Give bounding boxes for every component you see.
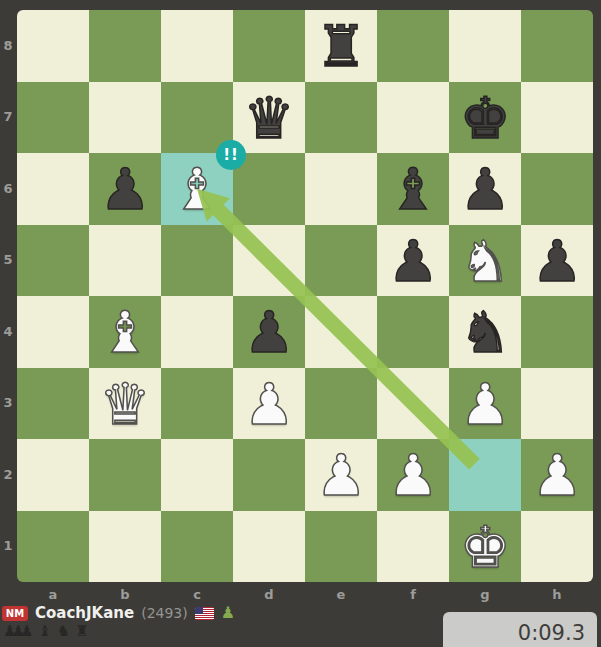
file-label-f: f (377, 587, 449, 602)
file-label-g: g (449, 587, 521, 602)
square-h6[interactable] (521, 153, 593, 225)
square-f8[interactable] (377, 10, 449, 82)
player-clock: 0:09.3 (443, 612, 597, 647)
square-e2[interactable]: ♟ (305, 439, 377, 511)
file-label-h: h (521, 587, 593, 602)
captured-pawns: ♟♟♟ (3, 622, 38, 640)
rank-label-5: 5 (0, 252, 16, 267)
square-c2[interactable] (161, 439, 233, 511)
file-label-e: e (305, 587, 377, 602)
square-a2[interactable] (17, 439, 89, 511)
square-g6[interactable]: ♟ (449, 153, 521, 225)
square-e4[interactable] (305, 296, 377, 368)
square-f5[interactable]: ♟ (377, 225, 449, 297)
green-pawn-icon: ♟ (221, 605, 235, 621)
square-b5[interactable] (89, 225, 161, 297)
white-knight-g5[interactable]: ♞ (459, 233, 510, 290)
black-pawn-h5[interactable]: ♟ (531, 233, 582, 290)
rank-label-4: 4 (0, 324, 16, 339)
square-h2[interactable]: ♟ (521, 439, 593, 511)
square-c5[interactable] (161, 225, 233, 297)
square-d5[interactable] (233, 225, 305, 297)
square-e7[interactable] (305, 82, 377, 154)
title-badge: NM (2, 606, 28, 621)
square-e1[interactable] (305, 511, 377, 583)
square-g2[interactable] (449, 439, 521, 511)
black-pawn-b6[interactable]: ♟ (99, 161, 150, 218)
square-b8[interactable] (89, 10, 161, 82)
square-a4[interactable] (17, 296, 89, 368)
square-g8[interactable] (449, 10, 521, 82)
black-rook-e8[interactable]: ♜ (315, 18, 366, 75)
rank-label-8: 8 (0, 38, 16, 53)
rank-label-6: 6 (0, 181, 16, 196)
black-king-g7[interactable]: ♚ (459, 90, 510, 147)
file-label-a: a (17, 587, 89, 602)
black-pawn-g6[interactable]: ♟ (459, 161, 510, 218)
square-d7[interactable]: ♛ (233, 82, 305, 154)
us-flag-icon (195, 607, 214, 620)
white-king-g1[interactable]: ♚ (459, 519, 510, 576)
square-c8[interactable] (161, 10, 233, 82)
white-pawn-d3[interactable]: ♟ (243, 376, 294, 433)
square-f3[interactable] (377, 368, 449, 440)
rank-label-2: 2 (0, 467, 16, 482)
square-g3[interactable]: ♟ (449, 368, 521, 440)
white-queen-b3[interactable]: ♛ (99, 376, 150, 433)
square-a7[interactable] (17, 82, 89, 154)
square-f1[interactable] (377, 511, 449, 583)
square-e5[interactable] (305, 225, 377, 297)
square-b4[interactable]: ♝ (89, 296, 161, 368)
square-a6[interactable] (17, 153, 89, 225)
file-label-c: c (161, 587, 233, 602)
square-b3[interactable]: ♛ (89, 368, 161, 440)
square-d4[interactable]: ♟ (233, 296, 305, 368)
black-knight-g4[interactable]: ♞ (459, 304, 510, 361)
player-name[interactable]: CoachJKane (35, 604, 134, 622)
square-f2[interactable]: ♟ (377, 439, 449, 511)
square-h4[interactable] (521, 296, 593, 368)
square-c3[interactable] (161, 368, 233, 440)
player-rating: (2493) (141, 605, 188, 621)
square-h5[interactable]: ♟ (521, 225, 593, 297)
board: ♜♛♚♟♝♝♟♟♞♟♝♟♞♛♟♟♟♟♟♚ (17, 10, 593, 582)
square-d8[interactable] (233, 10, 305, 82)
square-e8[interactable]: ♜ (305, 10, 377, 82)
square-e6[interactable] (305, 153, 377, 225)
square-d6[interactable] (233, 153, 305, 225)
square-b7[interactable] (89, 82, 161, 154)
square-a3[interactable] (17, 368, 89, 440)
black-pawn-f5[interactable]: ♟ (387, 233, 438, 290)
player-bar: NM CoachJKane (2493) ♟ (2, 604, 235, 622)
square-h8[interactable] (521, 10, 593, 82)
square-f6[interactable]: ♝ (377, 153, 449, 225)
square-h1[interactable] (521, 511, 593, 583)
square-a1[interactable] (17, 511, 89, 583)
square-c1[interactable] (161, 511, 233, 583)
rank-label-7: 7 (0, 109, 16, 124)
square-c4[interactable] (161, 296, 233, 368)
white-pawn-g3[interactable]: ♟ (459, 376, 510, 433)
white-bishop-b4[interactable]: ♝ (99, 304, 150, 361)
white-pawn-f2[interactable]: ♟ (387, 447, 438, 504)
brilliant-move-badge: !! (216, 140, 246, 170)
captured-pieces: ♟♟♟ ♝♞♜ (3, 622, 94, 639)
square-h7[interactable] (521, 82, 593, 154)
square-g1[interactable]: ♚ (449, 511, 521, 583)
captured-piece-1: ♞ (57, 622, 70, 640)
white-bishop-c6[interactable]: ♝ (171, 161, 222, 218)
rank-label-3: 3 (0, 395, 16, 410)
square-g4[interactable]: ♞ (449, 296, 521, 368)
black-queen-d7[interactable]: ♛ (243, 90, 294, 147)
square-a5[interactable] (17, 225, 89, 297)
square-a8[interactable] (17, 10, 89, 82)
square-b6[interactable]: ♟ (89, 153, 161, 225)
file-label-b: b (89, 587, 161, 602)
square-g7[interactable]: ♚ (449, 82, 521, 154)
rank-label-1: 1 (0, 538, 16, 553)
square-f4[interactable] (377, 296, 449, 368)
captured-piece-0: ♝ (38, 622, 51, 640)
square-d2[interactable] (233, 439, 305, 511)
captured-piece-2: ♜ (75, 622, 88, 640)
chess-app: ♜♛♚♟♝♝♟♟♞♟♝♟♞♛♟♟♟♟♟♚ 87654321 abcdefgh !… (0, 0, 601, 647)
square-b2[interactable] (89, 439, 161, 511)
black-bishop-f6[interactable]: ♝ (387, 161, 438, 218)
square-b1[interactable] (89, 511, 161, 583)
square-d1[interactable] (233, 511, 305, 583)
square-f7[interactable] (377, 82, 449, 154)
square-g5[interactable]: ♞ (449, 225, 521, 297)
square-h3[interactable] (521, 368, 593, 440)
black-pawn-d4[interactable]: ♟ (243, 304, 294, 361)
white-pawn-h2[interactable]: ♟ (531, 447, 582, 504)
file-label-d: d (233, 587, 305, 602)
white-pawn-e2[interactable]: ♟ (315, 447, 366, 504)
square-d3[interactable]: ♟ (233, 368, 305, 440)
square-e3[interactable] (305, 368, 377, 440)
